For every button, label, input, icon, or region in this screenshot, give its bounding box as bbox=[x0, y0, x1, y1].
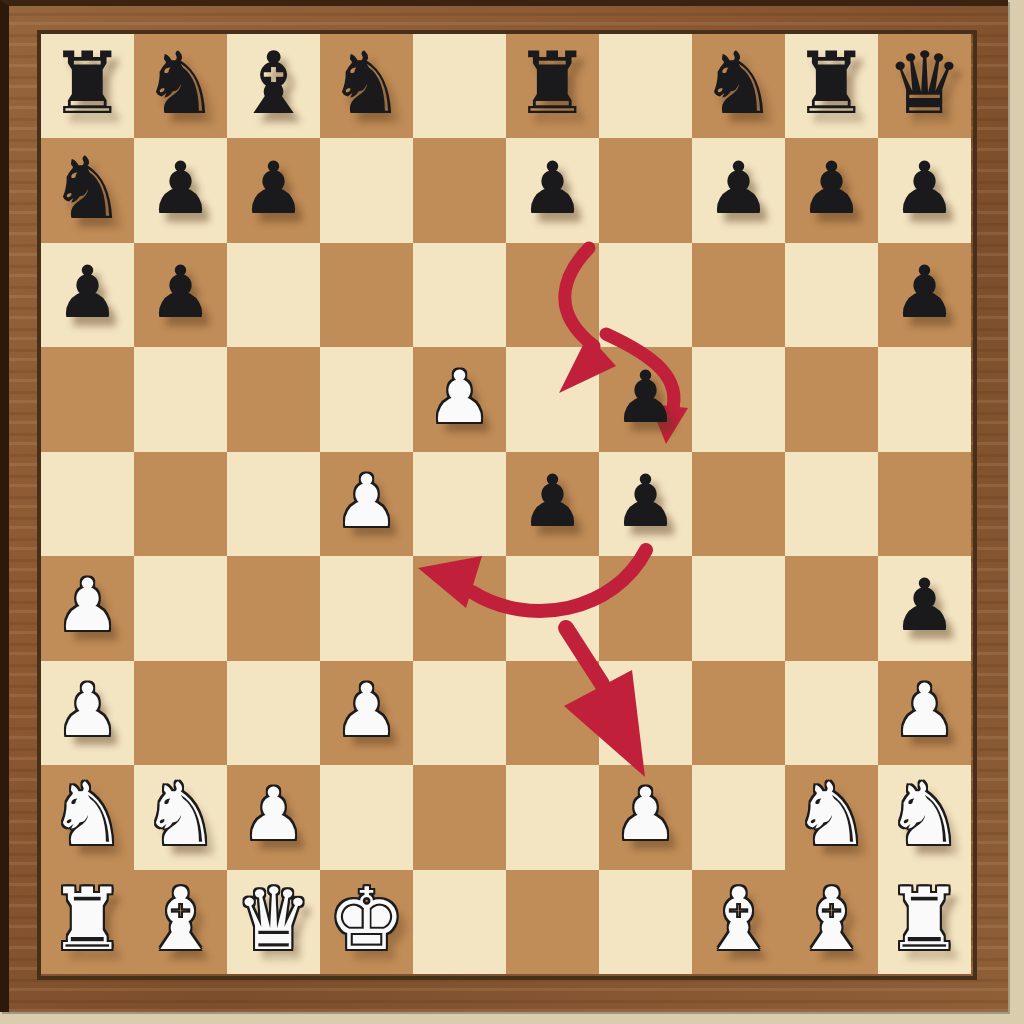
pieces-layer: ♜♞♝♞♜♞♜♛♞♟♟♟♟♟♟♟♟♟♟♟♟♟♟♟♟♟♟♟♞♞♟♟♞♞♜♝♛♚♝♝… bbox=[0, 0, 1024, 1024]
piece-black-pawn-r2c9[interactable]: ♟ bbox=[799, 152, 864, 224]
piece-black-bishop-r1c3[interactable]: ♝ bbox=[235, 40, 312, 126]
piece-white-pawn-r5c4[interactable]: ♟ bbox=[334, 465, 399, 537]
piece-white-knight-r8c2[interactable]: ♞ bbox=[142, 771, 219, 857]
piece-black-pawn-r4c7[interactable]: ♟ bbox=[613, 361, 678, 433]
piece-black-pawn-r2c8[interactable]: ♟ bbox=[706, 152, 771, 224]
piece-white-pawn-r7c10[interactable]: ♟ bbox=[892, 674, 957, 746]
piece-white-pawn-r8c7[interactable]: ♟ bbox=[613, 778, 678, 850]
piece-black-rook-r1c6[interactable]: ♜ bbox=[514, 40, 591, 126]
piece-black-pawn-r2c3[interactable]: ♟ bbox=[241, 152, 306, 224]
piece-black-knight-r2c1[interactable]: ♞ bbox=[49, 144, 126, 230]
piece-black-pawn-r3c1[interactable]: ♟ bbox=[55, 256, 120, 328]
piece-white-bishop-r9c2[interactable]: ♝ bbox=[142, 875, 219, 961]
piece-white-pawn-r7c4[interactable]: ♟ bbox=[334, 674, 399, 746]
piece-black-knight-r1c4[interactable]: ♞ bbox=[328, 40, 405, 126]
piece-black-pawn-r2c10[interactable]: ♟ bbox=[892, 152, 957, 224]
piece-black-queen-r1c10[interactable]: ♛ bbox=[886, 40, 963, 126]
piece-white-rook-r9c1[interactable]: ♜ bbox=[49, 875, 126, 961]
piece-black-pawn-r5c7[interactable]: ♟ bbox=[613, 465, 678, 537]
piece-black-rook-r1c9[interactable]: ♜ bbox=[793, 40, 870, 126]
piece-white-queen-r9c3[interactable]: ♛ bbox=[235, 875, 312, 961]
piece-black-pawn-r2c2[interactable]: ♟ bbox=[148, 152, 213, 224]
piece-white-bishop-r9c8[interactable]: ♝ bbox=[700, 875, 777, 961]
piece-black-rook-r1c1[interactable]: ♜ bbox=[49, 40, 126, 126]
piece-white-rook-r9c10[interactable]: ♜ bbox=[886, 875, 963, 961]
piece-white-knight-r8c1[interactable]: ♞ bbox=[49, 771, 126, 857]
piece-black-knight-r1c8[interactable]: ♞ bbox=[700, 40, 777, 126]
piece-black-pawn-r3c10[interactable]: ♟ bbox=[892, 256, 957, 328]
piece-white-pawn-r6c1[interactable]: ♟ bbox=[55, 570, 120, 642]
piece-white-pawn-r4c5[interactable]: ♟ bbox=[427, 361, 492, 433]
piece-black-pawn-r3c2[interactable]: ♟ bbox=[148, 256, 213, 328]
chess-illustration: ♜♞♝♞♜♞♜♛♞♟♟♟♟♟♟♟♟♟♟♟♟♟♟♟♟♟♟♟♞♞♟♟♞♞♜♝♛♚♝♝… bbox=[0, 0, 1024, 1024]
piece-white-pawn-r7c1[interactable]: ♟ bbox=[55, 674, 120, 746]
piece-white-king-r9c4[interactable]: ♚ bbox=[328, 875, 405, 961]
piece-black-pawn-r2c6[interactable]: ♟ bbox=[520, 152, 585, 224]
piece-white-pawn-r8c3[interactable]: ♟ bbox=[241, 778, 306, 850]
piece-black-pawn-r5c6[interactable]: ♟ bbox=[520, 465, 585, 537]
piece-black-pawn-r6c10[interactable]: ♟ bbox=[892, 570, 957, 642]
piece-white-knight-r8c10[interactable]: ♞ bbox=[886, 771, 963, 857]
piece-white-knight-r8c9[interactable]: ♞ bbox=[793, 771, 870, 857]
piece-white-bishop-r9c9[interactable]: ♝ bbox=[793, 875, 870, 961]
piece-black-knight-r1c2[interactable]: ♞ bbox=[142, 40, 219, 126]
